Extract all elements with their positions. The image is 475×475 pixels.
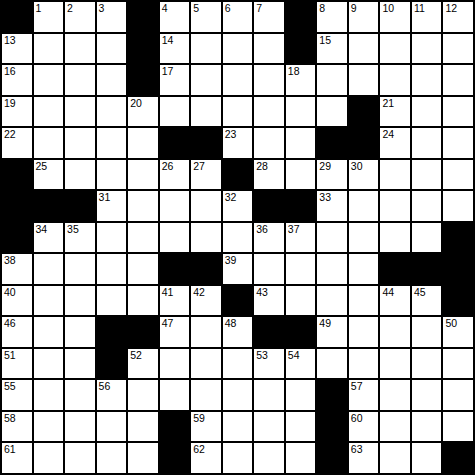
white-cell-r5c1[interactable]: 25 xyxy=(34,160,64,190)
white-cell-r2c9[interactable]: 18 xyxy=(286,65,316,95)
white-cell-r11c9[interactable]: 54 xyxy=(286,349,316,379)
clue-number-21: 21 xyxy=(382,97,394,109)
black-cell-r6c1 xyxy=(34,191,64,221)
white-cell-r5c8[interactable]: 28 xyxy=(254,160,284,190)
white-cell-r7c11[interactable] xyxy=(349,223,379,253)
black-cell-r8c13 xyxy=(412,254,442,284)
white-cell-r3c2[interactable] xyxy=(65,97,95,127)
white-cell-r11c13[interactable] xyxy=(412,349,442,379)
white-cell-r13c9[interactable] xyxy=(286,412,316,442)
black-cell-r1c4 xyxy=(128,34,158,64)
white-cell-r2c10[interactable] xyxy=(317,65,347,95)
clue-number-53: 53 xyxy=(256,349,268,361)
clue-number-44: 44 xyxy=(382,286,394,298)
white-cell-r1c6[interactable] xyxy=(191,34,221,64)
black-cell-r10c3 xyxy=(97,317,127,347)
white-cell-r4c2[interactable] xyxy=(65,128,95,158)
white-cell-r7c12[interactable] xyxy=(380,223,410,253)
crossword-grid: 1234567891011121314151617181920212223242… xyxy=(0,0,475,475)
clue-number-47: 47 xyxy=(162,317,174,329)
white-cell-r0c2[interactable]: 2 xyxy=(65,2,95,32)
clue-number-30: 30 xyxy=(351,160,363,172)
white-cell-r3c4[interactable]: 20 xyxy=(128,97,158,127)
black-cell-r3c11 xyxy=(349,97,379,127)
white-cell-r5c14[interactable] xyxy=(443,160,473,190)
clue-number-32: 32 xyxy=(225,191,237,203)
white-cell-r3c3[interactable] xyxy=(97,97,127,127)
white-cell-r4c1[interactable] xyxy=(34,128,64,158)
white-cell-r6c7[interactable]: 32 xyxy=(223,191,253,221)
black-cell-r6c2 xyxy=(65,191,95,221)
white-cell-r4c7[interactable]: 23 xyxy=(223,128,253,158)
black-cell-r9c14 xyxy=(443,286,473,316)
clue-number-41: 41 xyxy=(162,286,174,298)
clue-number-35: 35 xyxy=(67,223,79,235)
white-cell-r11c4[interactable]: 52 xyxy=(128,349,158,379)
white-cell-r5c2[interactable] xyxy=(65,160,95,190)
white-cell-r12c11[interactable]: 57 xyxy=(349,380,379,410)
white-cell-r9c2[interactable] xyxy=(65,286,95,316)
white-cell-r1c1[interactable] xyxy=(34,34,64,64)
white-cell-r9c5[interactable]: 41 xyxy=(160,286,190,316)
clue-number-20: 20 xyxy=(130,97,142,109)
white-cell-r6c5[interactable] xyxy=(160,191,190,221)
clue-number-52: 52 xyxy=(130,349,142,361)
white-cell-r12c14[interactable] xyxy=(443,380,473,410)
white-cell-r12c0[interactable]: 55 xyxy=(2,380,32,410)
white-cell-r14c0[interactable]: 61 xyxy=(2,443,32,473)
black-cell-r14c5 xyxy=(160,443,190,473)
white-cell-r7c4[interactable] xyxy=(128,223,158,253)
white-cell-r13c3[interactable] xyxy=(97,412,127,442)
white-cell-r3c9[interactable] xyxy=(286,97,316,127)
white-cell-r9c13[interactable]: 45 xyxy=(412,286,442,316)
white-cell-r5c6[interactable]: 27 xyxy=(191,160,221,190)
white-cell-r1c8[interactable] xyxy=(254,34,284,64)
black-cell-r8c6 xyxy=(191,254,221,284)
clue-number-31: 31 xyxy=(99,191,111,203)
white-cell-r2c13[interactable] xyxy=(412,65,442,95)
white-cell-r8c8[interactable] xyxy=(254,254,284,284)
white-cell-r10c11[interactable] xyxy=(349,317,379,347)
white-cell-r13c14[interactable] xyxy=(443,412,473,442)
white-cell-r10c5[interactable]: 47 xyxy=(160,317,190,347)
white-cell-r7c9[interactable]: 37 xyxy=(286,223,316,253)
white-cell-r0c13[interactable]: 11 xyxy=(412,2,442,32)
black-cell-r4c11 xyxy=(349,128,379,158)
black-cell-r10c4 xyxy=(128,317,158,347)
white-cell-r11c10[interactable] xyxy=(317,349,347,379)
white-cell-r2c1[interactable] xyxy=(34,65,64,95)
clue-number-6: 6 xyxy=(225,2,231,14)
black-cell-r6c0 xyxy=(2,191,32,221)
white-cell-r5c9[interactable] xyxy=(286,160,316,190)
white-cell-r6c4[interactable] xyxy=(128,191,158,221)
white-cell-r1c12[interactable] xyxy=(380,34,410,64)
clue-number-40: 40 xyxy=(4,286,16,298)
white-cell-r14c1[interactable] xyxy=(34,443,64,473)
white-cell-r0c12[interactable]: 10 xyxy=(380,2,410,32)
clue-number-59: 59 xyxy=(193,412,205,424)
white-cell-r7c7[interactable] xyxy=(223,223,253,253)
clue-number-29: 29 xyxy=(319,160,331,172)
clue-number-22: 22 xyxy=(4,128,16,140)
white-cell-r0c14[interactable]: 12 xyxy=(443,2,473,32)
clue-number-8: 8 xyxy=(319,2,325,14)
white-cell-r6c10[interactable]: 33 xyxy=(317,191,347,221)
white-cell-r9c11[interactable] xyxy=(349,286,379,316)
white-cell-r12c6[interactable] xyxy=(191,380,221,410)
black-cell-r12c10 xyxy=(317,380,347,410)
white-cell-r11c6[interactable] xyxy=(191,349,221,379)
clue-number-9: 9 xyxy=(351,2,357,14)
black-cell-r4c6 xyxy=(191,128,221,158)
black-cell-r0c0 xyxy=(2,2,32,32)
white-cell-r4c12[interactable]: 24 xyxy=(380,128,410,158)
white-cell-r10c13[interactable] xyxy=(412,317,442,347)
white-cell-r5c3[interactable] xyxy=(97,160,127,190)
white-cell-r2c5[interactable]: 17 xyxy=(160,65,190,95)
white-cell-r13c11[interactable]: 60 xyxy=(349,412,379,442)
white-cell-r9c8[interactable]: 43 xyxy=(254,286,284,316)
white-cell-r11c14[interactable] xyxy=(443,349,473,379)
white-cell-r7c8[interactable]: 36 xyxy=(254,223,284,253)
white-cell-r14c9[interactable] xyxy=(286,443,316,473)
white-cell-r0c5[interactable]: 4 xyxy=(160,2,190,32)
white-cell-r11c5[interactable] xyxy=(160,349,190,379)
white-cell-r1c13[interactable] xyxy=(412,34,442,64)
white-cell-r14c12[interactable] xyxy=(380,443,410,473)
white-cell-r4c4[interactable] xyxy=(128,128,158,158)
black-cell-r11c3 xyxy=(97,349,127,379)
white-cell-r3c10[interactable] xyxy=(317,97,347,127)
clue-number-57: 57 xyxy=(351,380,363,392)
clue-number-39: 39 xyxy=(225,254,237,266)
clue-number-24: 24 xyxy=(382,128,394,140)
white-cell-r8c10[interactable] xyxy=(317,254,347,284)
white-cell-r0c7[interactable]: 6 xyxy=(223,2,253,32)
white-cell-r7c10[interactable] xyxy=(317,223,347,253)
white-cell-r6c12[interactable] xyxy=(380,191,410,221)
white-cell-r2c8[interactable] xyxy=(254,65,284,95)
white-cell-r13c2[interactable] xyxy=(65,412,95,442)
clue-number-60: 60 xyxy=(351,412,363,424)
white-cell-r7c3[interactable] xyxy=(97,223,127,253)
black-cell-r6c9 xyxy=(286,191,316,221)
clue-number-10: 10 xyxy=(382,2,394,14)
white-cell-r3c1[interactable] xyxy=(34,97,64,127)
clue-number-62: 62 xyxy=(193,443,205,455)
white-cell-r12c7[interactable] xyxy=(223,380,253,410)
white-cell-r7c1[interactable]: 34 xyxy=(34,223,64,253)
white-cell-r9c4[interactable] xyxy=(128,286,158,316)
white-cell-r10c1[interactable] xyxy=(34,317,64,347)
white-cell-r7c13[interactable] xyxy=(412,223,442,253)
white-cell-r1c10[interactable]: 15 xyxy=(317,34,347,64)
white-cell-r3c0[interactable]: 19 xyxy=(2,97,32,127)
white-cell-r9c0[interactable]: 40 xyxy=(2,286,32,316)
white-cell-r4c0[interactable]: 22 xyxy=(2,128,32,158)
white-cell-r3c6[interactable] xyxy=(191,97,221,127)
clue-number-2: 2 xyxy=(67,2,73,14)
white-cell-r13c6[interactable]: 59 xyxy=(191,412,221,442)
black-cell-r0c4 xyxy=(128,2,158,32)
clue-number-43: 43 xyxy=(256,286,268,298)
white-cell-r11c1[interactable] xyxy=(34,349,64,379)
clue-number-37: 37 xyxy=(288,223,300,235)
white-cell-r9c3[interactable] xyxy=(97,286,127,316)
clue-number-45: 45 xyxy=(414,286,426,298)
clue-number-54: 54 xyxy=(288,349,300,361)
clue-number-38: 38 xyxy=(4,254,16,266)
white-cell-r1c11[interactable] xyxy=(349,34,379,64)
black-cell-r8c5 xyxy=(160,254,190,284)
white-cell-r7c6[interactable] xyxy=(191,223,221,253)
white-cell-r11c12[interactable] xyxy=(380,349,410,379)
white-cell-r11c8[interactable]: 53 xyxy=(254,349,284,379)
white-cell-r0c8[interactable]: 7 xyxy=(254,2,284,32)
white-cell-r14c8[interactable] xyxy=(254,443,284,473)
white-cell-r4c3[interactable] xyxy=(97,128,127,158)
black-cell-r6c8 xyxy=(254,191,284,221)
clue-number-46: 46 xyxy=(4,317,16,329)
white-cell-r2c14[interactable] xyxy=(443,65,473,95)
white-cell-r3c13[interactable] xyxy=(412,97,442,127)
white-cell-r8c4[interactable] xyxy=(128,254,158,284)
white-cell-r11c7[interactable] xyxy=(223,349,253,379)
white-cell-r3c14[interactable] xyxy=(443,97,473,127)
white-cell-r2c11[interactable] xyxy=(349,65,379,95)
white-cell-r10c6[interactable] xyxy=(191,317,221,347)
white-cell-r13c7[interactable] xyxy=(223,412,253,442)
black-cell-r13c5 xyxy=(160,412,190,442)
clue-number-48: 48 xyxy=(225,317,237,329)
white-cell-r9c9[interactable] xyxy=(286,286,316,316)
white-cell-r12c12[interactable] xyxy=(380,380,410,410)
white-cell-r8c2[interactable] xyxy=(65,254,95,284)
white-cell-r4c9[interactable] xyxy=(286,128,316,158)
black-cell-r14c14 xyxy=(443,443,473,473)
white-cell-r2c0[interactable]: 16 xyxy=(2,65,32,95)
black-cell-r13c10 xyxy=(317,412,347,442)
white-cell-r8c7[interactable]: 39 xyxy=(223,254,253,284)
black-cell-r0c9 xyxy=(286,2,316,32)
white-cell-r10c10[interactable]: 49 xyxy=(317,317,347,347)
white-cell-r14c4[interactable] xyxy=(128,443,158,473)
white-cell-r12c2[interactable] xyxy=(65,380,95,410)
clue-number-58: 58 xyxy=(4,412,16,424)
clue-number-5: 5 xyxy=(193,2,199,14)
clue-number-55: 55 xyxy=(4,380,16,392)
crossword-page: 1234567891011121314151617181920212223242… xyxy=(0,0,475,475)
white-cell-r9c12[interactable]: 44 xyxy=(380,286,410,316)
white-cell-r4c14[interactable] xyxy=(443,128,473,158)
white-cell-r12c3[interactable]: 56 xyxy=(97,380,127,410)
white-cell-r9c10[interactable] xyxy=(317,286,347,316)
clue-number-3: 3 xyxy=(99,2,105,14)
white-cell-r1c3[interactable] xyxy=(97,34,127,64)
clue-number-49: 49 xyxy=(319,317,331,329)
clue-number-26: 26 xyxy=(162,160,174,172)
white-cell-r5c5[interactable]: 26 xyxy=(160,160,190,190)
clue-number-18: 18 xyxy=(288,65,300,77)
white-cell-r14c6[interactable]: 62 xyxy=(191,443,221,473)
white-cell-r1c14[interactable] xyxy=(443,34,473,64)
clue-number-15: 15 xyxy=(319,34,331,46)
clue-number-33: 33 xyxy=(319,191,331,203)
white-cell-r9c1[interactable] xyxy=(34,286,64,316)
white-cell-r2c7[interactable] xyxy=(223,65,253,95)
black-cell-r14c10 xyxy=(317,443,347,473)
black-cell-r9c7 xyxy=(223,286,253,316)
clue-number-42: 42 xyxy=(193,286,205,298)
white-cell-r14c7[interactable] xyxy=(223,443,253,473)
white-cell-r0c10[interactable]: 8 xyxy=(317,2,347,32)
white-cell-r3c8[interactable] xyxy=(254,97,284,127)
white-cell-r3c12[interactable]: 21 xyxy=(380,97,410,127)
black-cell-r7c0 xyxy=(2,223,32,253)
white-cell-r12c13[interactable] xyxy=(412,380,442,410)
white-cell-r10c14[interactable]: 50 xyxy=(443,317,473,347)
white-cell-r6c11[interactable] xyxy=(349,191,379,221)
clue-number-14: 14 xyxy=(162,34,174,46)
white-cell-r6c6[interactable] xyxy=(191,191,221,221)
white-cell-r8c9[interactable] xyxy=(286,254,316,284)
black-cell-r10c9 xyxy=(286,317,316,347)
clue-number-34: 34 xyxy=(36,223,48,235)
white-cell-r1c0[interactable]: 13 xyxy=(2,34,32,64)
clue-number-36: 36 xyxy=(256,223,268,235)
black-cell-r8c12 xyxy=(380,254,410,284)
white-cell-r13c4[interactable] xyxy=(128,412,158,442)
clue-number-56: 56 xyxy=(99,380,111,392)
white-cell-r3c5[interactable] xyxy=(160,97,190,127)
black-cell-r4c5 xyxy=(160,128,190,158)
white-cell-r1c7[interactable] xyxy=(223,34,253,64)
black-cell-r5c0 xyxy=(2,160,32,190)
clue-number-16: 16 xyxy=(4,65,16,77)
clue-number-25: 25 xyxy=(36,160,48,172)
white-cell-r14c13[interactable] xyxy=(412,443,442,473)
white-cell-r14c11[interactable]: 63 xyxy=(349,443,379,473)
white-cell-r10c12[interactable] xyxy=(380,317,410,347)
black-cell-r4c10 xyxy=(317,128,347,158)
white-cell-r5c11[interactable]: 30 xyxy=(349,160,379,190)
black-cell-r8c14 xyxy=(443,254,473,284)
white-cell-r1c2[interactable] xyxy=(65,34,95,64)
white-cell-r0c1[interactable]: 1 xyxy=(34,2,64,32)
white-cell-r13c12[interactable] xyxy=(380,412,410,442)
white-cell-r14c2[interactable] xyxy=(65,443,95,473)
clue-number-27: 27 xyxy=(193,160,205,172)
white-cell-r11c2[interactable] xyxy=(65,349,95,379)
black-cell-r2c4 xyxy=(128,65,158,95)
clue-number-61: 61 xyxy=(4,443,16,455)
white-cell-r8c3[interactable] xyxy=(97,254,127,284)
white-cell-r12c1[interactable] xyxy=(34,380,64,410)
white-cell-r10c0[interactable]: 46 xyxy=(2,317,32,347)
clue-number-17: 17 xyxy=(162,65,174,77)
clue-number-4: 4 xyxy=(162,2,168,14)
white-cell-r13c8[interactable] xyxy=(254,412,284,442)
white-cell-r14c3[interactable] xyxy=(97,443,127,473)
white-cell-r4c8[interactable] xyxy=(254,128,284,158)
white-cell-r2c2[interactable] xyxy=(65,65,95,95)
clue-number-23: 23 xyxy=(225,128,237,140)
white-cell-r12c9[interactable] xyxy=(286,380,316,410)
clue-number-7: 7 xyxy=(256,2,262,14)
white-cell-r8c11[interactable] xyxy=(349,254,379,284)
white-cell-r12c5[interactable] xyxy=(160,380,190,410)
white-cell-r10c7[interactable]: 48 xyxy=(223,317,253,347)
white-cell-r6c14[interactable] xyxy=(443,191,473,221)
white-cell-r2c6[interactable] xyxy=(191,65,221,95)
black-cell-r7c14 xyxy=(443,223,473,253)
clue-number-1: 1 xyxy=(36,2,42,14)
clue-number-51: 51 xyxy=(4,349,16,361)
white-cell-r12c8[interactable] xyxy=(254,380,284,410)
white-cell-r7c5[interactable] xyxy=(160,223,190,253)
white-cell-r2c12[interactable] xyxy=(380,65,410,95)
clue-number-63: 63 xyxy=(351,443,363,455)
white-cell-r13c0[interactable]: 58 xyxy=(2,412,32,442)
white-cell-r6c13[interactable] xyxy=(412,191,442,221)
white-cell-r8c1[interactable] xyxy=(34,254,64,284)
white-cell-r6c3[interactable]: 31 xyxy=(97,191,127,221)
white-cell-r5c4[interactable] xyxy=(128,160,158,190)
clue-number-28: 28 xyxy=(256,160,268,172)
white-cell-r12c4[interactable] xyxy=(128,380,158,410)
white-cell-r9c6[interactable]: 42 xyxy=(191,286,221,316)
white-cell-r4c13[interactable] xyxy=(412,128,442,158)
clue-number-19: 19 xyxy=(4,97,16,109)
white-cell-r0c3[interactable]: 3 xyxy=(97,2,127,32)
white-cell-r0c11[interactable]: 9 xyxy=(349,2,379,32)
clue-number-50: 50 xyxy=(445,317,457,329)
white-cell-r5c10[interactable]: 29 xyxy=(317,160,347,190)
white-cell-r1c5[interactable]: 14 xyxy=(160,34,190,64)
clue-number-13: 13 xyxy=(4,34,16,46)
white-cell-r0c6[interactable]: 5 xyxy=(191,2,221,32)
white-cell-r11c0[interactable]: 51 xyxy=(2,349,32,379)
white-cell-r13c1[interactable] xyxy=(34,412,64,442)
black-cell-r5c7 xyxy=(223,160,253,190)
clue-number-11: 11 xyxy=(414,2,425,14)
white-cell-r3c7[interactable] xyxy=(223,97,253,127)
white-cell-r11c11[interactable] xyxy=(349,349,379,379)
white-cell-r7c2[interactable]: 35 xyxy=(65,223,95,253)
white-cell-r5c13[interactable] xyxy=(412,160,442,190)
white-cell-r10c2[interactable] xyxy=(65,317,95,347)
white-cell-r2c3[interactable] xyxy=(97,65,127,95)
white-cell-r13c13[interactable] xyxy=(412,412,442,442)
black-cell-r10c8 xyxy=(254,317,284,347)
white-cell-r5c12[interactable] xyxy=(380,160,410,190)
clue-number-12: 12 xyxy=(445,2,457,14)
black-cell-r1c9 xyxy=(286,34,316,64)
white-cell-r8c0[interactable]: 38 xyxy=(2,254,32,284)
